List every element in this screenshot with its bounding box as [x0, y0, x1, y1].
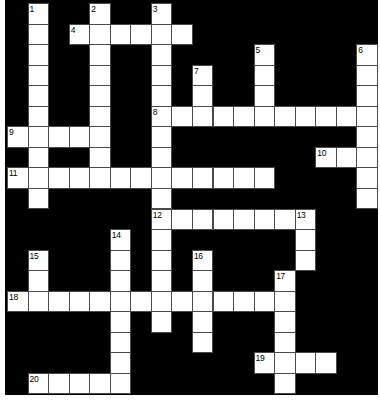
cell-r5c9[interactable]: [192, 106, 214, 128]
cell-r13c5[interactable]: [110, 270, 132, 292]
cell-r14c4[interactable]: [89, 291, 111, 313]
cell-r7c4[interactable]: [89, 147, 111, 169]
cell-r4c17[interactable]: [356, 85, 378, 107]
cell-r15c5[interactable]: [110, 311, 132, 333]
clue-number-11: 11: [9, 168, 17, 178]
cell-r6c0[interactable]: 9: [7, 126, 29, 148]
cell-r8c5[interactable]: [110, 167, 132, 189]
cell-r15c9[interactable]: [192, 311, 214, 333]
cell-r10c13[interactable]: [274, 209, 296, 231]
cell-r2c4[interactable]: [89, 44, 111, 66]
cell-r7c15[interactable]: 10: [315, 147, 337, 169]
cell-r6c3[interactable]: [69, 126, 91, 148]
cell-r5c10[interactable]: [213, 106, 235, 128]
cell-r3c4[interactable]: [89, 65, 111, 87]
cell-r17c13[interactable]: [274, 352, 296, 374]
cell-r0c4[interactable]: 2: [89, 3, 111, 25]
cell-r16c9[interactable]: [192, 332, 214, 354]
cell-r2c17[interactable]: 6: [356, 44, 378, 66]
cell-r0c7[interactable]: 3: [151, 3, 173, 25]
cell-r11c5[interactable]: 14: [110, 229, 132, 251]
cell-r12c1[interactable]: 15: [28, 250, 50, 272]
cell-r13c7[interactable]: [151, 270, 173, 292]
cell-r17c14[interactable]: [295, 352, 317, 374]
cell-r4c12[interactable]: [254, 85, 276, 107]
cell-r11c7[interactable]: [151, 229, 173, 251]
cell-r8c2[interactable]: [48, 167, 70, 189]
cell-r12c9[interactable]: 16: [192, 250, 214, 272]
cell-r8c9[interactable]: [192, 167, 214, 189]
cell-r6c1[interactable]: [28, 126, 50, 148]
cell-r14c0[interactable]: 18: [7, 291, 29, 313]
cell-r3c7[interactable]: [151, 65, 173, 87]
cell-r3c12[interactable]: [254, 65, 276, 87]
cell-r3c17[interactable]: [356, 65, 378, 87]
clue-number-7: 7: [194, 66, 198, 76]
crossword-page: 1234567891011121314151617181920: [0, 0, 380, 400]
clue-number-3: 3: [153, 4, 157, 14]
cell-r1c7[interactable]: [151, 24, 173, 46]
cell-r14c2[interactable]: [48, 291, 70, 313]
cell-r8c17[interactable]: [356, 167, 378, 189]
cell-r10c9[interactable]: [192, 209, 214, 231]
cell-r14c6[interactable]: [130, 291, 152, 313]
cell-r18c2[interactable]: [48, 373, 70, 395]
cell-r2c12[interactable]: 5: [254, 44, 276, 66]
cell-r16c13[interactable]: [274, 332, 296, 354]
cell-r13c9[interactable]: [192, 270, 214, 292]
cell-r4c1[interactable]: [28, 85, 50, 107]
cell-r14c3[interactable]: [69, 291, 91, 313]
cell-r5c12[interactable]: [254, 106, 276, 128]
cell-r5c11[interactable]: [233, 106, 255, 128]
cell-r16c5[interactable]: [110, 332, 132, 354]
cell-r14c1[interactable]: [28, 291, 50, 313]
cell-r18c5[interactable]: [110, 373, 132, 395]
cell-r5c7[interactable]: 8: [151, 106, 173, 128]
cell-r14c11[interactable]: [233, 291, 255, 313]
cell-r14c10[interactable]: [213, 291, 235, 313]
cell-r5c8[interactable]: [171, 106, 193, 128]
clue-number-1: 1: [30, 4, 34, 14]
cell-r8c10[interactable]: [213, 167, 235, 189]
cell-r18c13[interactable]: [274, 373, 296, 395]
cell-r5c4[interactable]: [89, 106, 111, 128]
cell-r4c4[interactable]: [89, 85, 111, 107]
cell-r8c3[interactable]: [69, 167, 91, 189]
cell-r8c7[interactable]: [151, 167, 173, 189]
clue-number-6: 6: [358, 45, 362, 55]
cell-r8c12[interactable]: [254, 167, 276, 189]
cell-r18c3[interactable]: [69, 373, 91, 395]
clue-number-17: 17: [276, 271, 285, 281]
cell-r17c12[interactable]: 19: [254, 352, 276, 374]
cell-r10c8[interactable]: [171, 209, 193, 231]
cell-r13c1[interactable]: [28, 270, 50, 292]
clue-number-18: 18: [9, 292, 18, 302]
clue-number-13: 13: [297, 210, 306, 220]
cell-r8c4[interactable]: [89, 167, 111, 189]
cell-r7c1[interactable]: [28, 147, 50, 169]
cell-r9c17[interactable]: [356, 188, 378, 210]
cell-r9c7[interactable]: [151, 188, 173, 210]
cell-r13c13[interactable]: 17: [274, 270, 296, 292]
cell-r7c7[interactable]: [151, 147, 173, 169]
cell-r18c1[interactable]: 20: [28, 373, 50, 395]
cell-r10c10[interactable]: [213, 209, 235, 231]
cell-r14c12[interactable]: [254, 291, 276, 313]
cell-r6c4[interactable]: [89, 126, 111, 148]
cell-r6c17[interactable]: [356, 126, 378, 148]
cell-r12c5[interactable]: [110, 250, 132, 272]
cell-r1c3[interactable]: 4: [69, 24, 91, 46]
cell-r2c7[interactable]: [151, 44, 173, 66]
cell-r10c12[interactable]: [254, 209, 276, 231]
cell-r6c7[interactable]: [151, 126, 173, 148]
cell-r5c13[interactable]: [274, 106, 296, 128]
clue-number-19: 19: [256, 353, 265, 363]
cell-r14c5[interactable]: [110, 291, 132, 313]
cell-r3c9[interactable]: 7: [192, 65, 214, 87]
cell-r1c6[interactable]: [130, 24, 152, 46]
clue-number-20: 20: [30, 374, 39, 384]
cell-r12c7[interactable]: [151, 250, 173, 272]
clue-number-10: 10: [317, 148, 326, 158]
cell-r8c1[interactable]: [28, 167, 50, 189]
cell-r17c15[interactable]: [315, 352, 337, 374]
cell-r6c2[interactable]: [48, 126, 70, 148]
cell-r11c14[interactable]: [295, 229, 317, 251]
clue-number-14: 14: [112, 230, 121, 240]
cell-r7c17[interactable]: [356, 147, 378, 169]
cell-r0c1[interactable]: 1: [28, 3, 50, 25]
clue-number-12: 12: [153, 210, 162, 220]
cell-r8c6[interactable]: [130, 167, 152, 189]
cell-r5c1[interactable]: [28, 106, 50, 128]
cell-r14c9[interactable]: [192, 291, 214, 313]
clue-number-4: 4: [71, 25, 75, 35]
cell-r14c8[interactable]: [171, 291, 193, 313]
cell-r5c17[interactable]: [356, 106, 378, 128]
cell-r17c5[interactable]: [110, 352, 132, 374]
clue-number-8: 8: [153, 107, 157, 117]
cell-r1c8[interactable]: [171, 24, 193, 46]
cell-r15c13[interactable]: [274, 311, 296, 333]
cell-r4c7[interactable]: [151, 85, 173, 107]
cell-r8c11[interactable]: [233, 167, 255, 189]
cell-r4c9[interactable]: [192, 85, 214, 107]
clue-number-16: 16: [194, 251, 203, 261]
cell-r1c1[interactable]: [28, 24, 50, 46]
cell-r5c16[interactable]: [336, 106, 358, 128]
cell-r7c16[interactable]: [336, 147, 358, 169]
cell-r1c4[interactable]: [89, 24, 111, 46]
clue-number-2: 2: [91, 4, 95, 14]
clue-number-9: 9: [9, 127, 13, 137]
cell-r2c1[interactable]: [28, 44, 50, 66]
cell-r14c13[interactable]: [274, 291, 296, 313]
cell-r14c7[interactable]: [151, 291, 173, 313]
cell-r5c15[interactable]: [315, 106, 337, 128]
cell-r8c0[interactable]: 11: [7, 167, 29, 189]
cell-r15c7[interactable]: [151, 311, 173, 333]
cell-r3c1[interactable]: [28, 65, 50, 87]
clue-number-15: 15: [30, 251, 39, 261]
cell-r18c4[interactable]: [89, 373, 111, 395]
cell-r9c1[interactable]: [28, 188, 50, 210]
cell-r10c11[interactable]: [233, 209, 255, 231]
cell-r8c8[interactable]: [171, 167, 193, 189]
cell-r5c14[interactable]: [295, 106, 317, 128]
clue-number-5: 5: [256, 45, 260, 55]
cell-r1c5[interactable]: [110, 24, 132, 46]
cell-r10c14[interactable]: 13: [295, 209, 317, 231]
cell-r10c7[interactable]: 12: [151, 209, 173, 231]
cell-r12c14[interactable]: [295, 250, 317, 272]
